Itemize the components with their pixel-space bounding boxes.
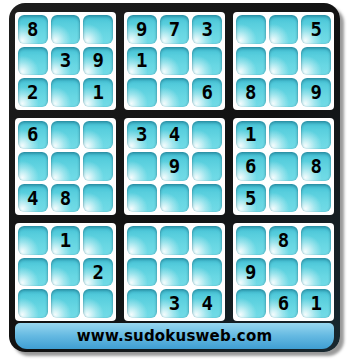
sudoku-cell[interactable] [51, 289, 81, 318]
sudoku-cell[interactable] [192, 121, 222, 150]
sudoku-cell[interactable] [192, 184, 222, 213]
sudoku-cell[interactable]: 8 [269, 226, 299, 255]
sudoku-box: 8961 [233, 223, 334, 321]
sudoku-cell[interactable] [301, 258, 331, 287]
sudoku-cell[interactable] [83, 289, 113, 318]
sudoku-page: 8392197316589648349168512348961 www.sudo… [0, 0, 350, 360]
sudoku-cell[interactable]: 1 [301, 289, 331, 318]
sudoku-cell[interactable]: 4 [192, 289, 222, 318]
sudoku-cell[interactable] [236, 226, 266, 255]
sudoku-cell[interactable]: 6 [18, 121, 48, 150]
sudoku-cell[interactable]: 5 [301, 15, 331, 44]
sudoku-cell[interactable]: 8 [18, 15, 48, 44]
sudoku-cell[interactable] [18, 258, 48, 287]
sudoku-cell[interactable] [236, 289, 266, 318]
sudoku-cell[interactable] [127, 226, 157, 255]
sudoku-cell[interactable] [83, 226, 113, 255]
sudoku-cell[interactable]: 3 [51, 47, 81, 76]
website-url: www.sudokusweb.com [77, 327, 272, 345]
sudoku-cell[interactable] [127, 258, 157, 287]
sudoku-cell[interactable] [18, 289, 48, 318]
sudoku-cell[interactable]: 8 [301, 152, 331, 181]
sudoku-cell[interactable] [269, 15, 299, 44]
sudoku-cell[interactable] [160, 47, 190, 76]
sudoku-cell[interactable] [160, 184, 190, 213]
sudoku-cell[interactable] [127, 184, 157, 213]
sudoku-cell[interactable] [192, 47, 222, 76]
sudoku-cell[interactable]: 9 [160, 152, 190, 181]
sudoku-cell[interactable] [83, 184, 113, 213]
sudoku-cell[interactable]: 2 [83, 258, 113, 287]
sudoku-cell[interactable] [301, 184, 331, 213]
sudoku-cell[interactable] [83, 121, 113, 150]
sudoku-cell[interactable]: 9 [301, 78, 331, 107]
sudoku-cell[interactable]: 9 [83, 47, 113, 76]
sudoku-cell[interactable]: 8 [51, 184, 81, 213]
sudoku-cell[interactable] [51, 258, 81, 287]
sudoku-cell[interactable]: 4 [160, 121, 190, 150]
sudoku-cell[interactable] [192, 152, 222, 181]
sudoku-cell[interactable]: 3 [127, 121, 157, 150]
sudoku-cell[interactable]: 2 [18, 78, 48, 107]
sudoku-cell[interactable]: 1 [51, 226, 81, 255]
sudoku-cell[interactable]: 6 [269, 289, 299, 318]
sudoku-cell[interactable] [301, 47, 331, 76]
sudoku-cell[interactable] [18, 47, 48, 76]
sudoku-cell[interactable] [236, 47, 266, 76]
sudoku-box: 1685 [233, 118, 334, 216]
sudoku-cell[interactable] [160, 78, 190, 107]
sudoku-box: 648 [15, 118, 116, 216]
sudoku-cell[interactable]: 7 [160, 15, 190, 44]
sudoku-cell[interactable] [160, 226, 190, 255]
sudoku-box: 349 [124, 118, 225, 216]
sudoku-cell[interactable] [51, 152, 81, 181]
sudoku-cell[interactable]: 6 [236, 152, 266, 181]
sudoku-cell[interactable] [269, 258, 299, 287]
sudoku-cell[interactable] [18, 152, 48, 181]
sudoku-cell[interactable] [51, 15, 81, 44]
sudoku-cell[interactable] [83, 152, 113, 181]
sudoku-cell[interactable] [192, 258, 222, 287]
sudoku-cell[interactable]: 1 [83, 78, 113, 107]
sudoku-board: 8392197316589648349168512348961 [15, 12, 334, 321]
sudoku-cell[interactable] [51, 78, 81, 107]
sudoku-cell[interactable] [269, 121, 299, 150]
sudoku-box: 83921 [15, 12, 116, 110]
sudoku-cell[interactable] [192, 226, 222, 255]
sudoku-cell[interactable]: 1 [127, 47, 157, 76]
sudoku-cell[interactable]: 5 [236, 184, 266, 213]
sudoku-cell[interactable]: 3 [160, 289, 190, 318]
sudoku-cell[interactable] [127, 289, 157, 318]
board-frame: 8392197316589648349168512348961 www.sudo… [9, 3, 340, 352]
sudoku-cell[interactable]: 9 [236, 258, 266, 287]
sudoku-box: 97316 [124, 12, 225, 110]
sudoku-cell[interactable]: 6 [192, 78, 222, 107]
sudoku-cell[interactable]: 1 [236, 121, 266, 150]
sudoku-cell[interactable] [83, 15, 113, 44]
sudoku-box: 34 [124, 223, 225, 321]
sudoku-box: 12 [15, 223, 116, 321]
sudoku-cell[interactable] [127, 152, 157, 181]
sudoku-cell[interactable] [51, 121, 81, 150]
sudoku-cell[interactable] [269, 47, 299, 76]
sudoku-cell[interactable]: 8 [236, 78, 266, 107]
sudoku-cell[interactable] [269, 152, 299, 181]
sudoku-cell[interactable] [18, 226, 48, 255]
footer-bar: www.sudokusweb.com [15, 323, 334, 349]
sudoku-cell[interactable] [236, 15, 266, 44]
sudoku-cell[interactable]: 9 [127, 15, 157, 44]
sudoku-cell[interactable] [269, 184, 299, 213]
sudoku-cell[interactable] [301, 226, 331, 255]
sudoku-cell[interactable] [301, 121, 331, 150]
sudoku-cell[interactable] [269, 78, 299, 107]
sudoku-cell[interactable]: 3 [192, 15, 222, 44]
sudoku-cell[interactable] [160, 258, 190, 287]
sudoku-cell[interactable] [127, 78, 157, 107]
sudoku-box: 589 [233, 12, 334, 110]
sudoku-cell[interactable]: 4 [18, 184, 48, 213]
